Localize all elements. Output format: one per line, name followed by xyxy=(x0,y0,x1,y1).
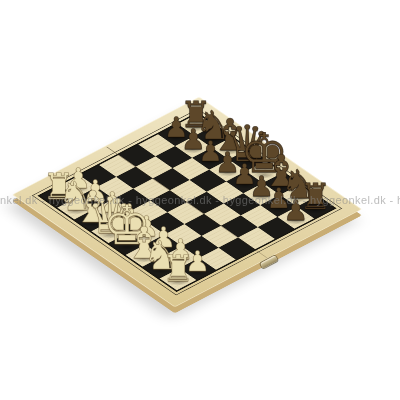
piece-black-pawn-h7: ♟ xyxy=(283,197,308,225)
piece-white-rook-h1: ♜ xyxy=(162,251,194,287)
chess-set-photo: ♜♞♝♛♚♝♞♜♟♟♟♟♟♟♟♟♟♟♟♟♟♟♟♟♜♞♝♛♚♝♞♜ nkel.dk… xyxy=(0,0,400,400)
